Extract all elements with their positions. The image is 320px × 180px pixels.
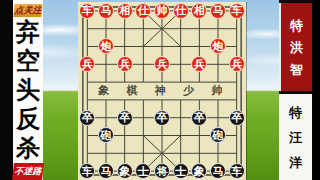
video-frame: 点关注 弃空头反杀 不迷路 bbox=[0, 0, 320, 180]
glyph-char: 特 bbox=[290, 19, 303, 32]
red-elephant-piece[interactable]: 相 bbox=[191, 3, 207, 19]
xiangqi-board[interactable]: 象棋神少帅 车马相仕帅仕相马车炮炮兵兵兵兵兵卒卒卒卒卒砲砲车马象士将士象马车 bbox=[78, 2, 246, 180]
glyph-char: 杀 bbox=[16, 136, 40, 160]
black-chariot-piece[interactable]: 车 bbox=[79, 163, 95, 179]
red-general-piece[interactable]: 帅 bbox=[154, 3, 170, 19]
red-soldier-piece[interactable]: 兵 bbox=[229, 56, 245, 72]
glyph-char: 弃 bbox=[16, 20, 40, 44]
black-soldier-piece[interactable]: 卒 bbox=[229, 110, 245, 126]
glyph-char: 反 bbox=[16, 107, 40, 131]
red-soldier-piece[interactable]: 兵 bbox=[191, 56, 207, 72]
black-elephant-piece[interactable]: 象 bbox=[117, 163, 133, 179]
red-chariot-piece[interactable]: 车 bbox=[79, 3, 95, 19]
right-black-bar bbox=[313, 0, 320, 180]
red-horse-piece[interactable]: 马 bbox=[210, 3, 226, 19]
black-elephant-piece[interactable]: 象 bbox=[191, 163, 207, 179]
glyph-char: 智 bbox=[290, 63, 303, 76]
black-general-piece[interactable]: 将 bbox=[154, 163, 170, 179]
red-advisor-piece[interactable]: 仕 bbox=[173, 3, 189, 19]
follow-badge: 点关注 bbox=[13, 4, 42, 17]
red-soldier-piece[interactable]: 兵 bbox=[154, 56, 170, 72]
black-soldier-piece[interactable]: 卒 bbox=[79, 110, 95, 126]
footer-badge: 不迷路 bbox=[12, 163, 44, 180]
red-soldier-piece[interactable]: 兵 bbox=[79, 56, 95, 72]
player-black-name: 特汪洋 bbox=[279, 94, 312, 180]
red-horse-piece[interactable]: 马 bbox=[98, 3, 114, 19]
right-panel: 特洪智 特汪洋 bbox=[279, 0, 313, 180]
player-red-name: 特洪智 bbox=[279, 3, 312, 91]
red-cannon-piece[interactable]: 炮 bbox=[98, 38, 114, 54]
black-cannon-piece[interactable]: 砲 bbox=[210, 127, 226, 143]
black-advisor-piece[interactable]: 士 bbox=[135, 163, 151, 179]
black-horse-piece[interactable]: 马 bbox=[210, 163, 226, 179]
black-horse-piece[interactable]: 马 bbox=[98, 163, 114, 179]
glyph-char: 空 bbox=[16, 49, 40, 73]
left-black-bar bbox=[0, 0, 13, 180]
glyph-char: 洪 bbox=[290, 41, 303, 54]
black-soldier-piece[interactable]: 卒 bbox=[117, 110, 133, 126]
red-cannon-piece[interactable]: 炮 bbox=[210, 38, 226, 54]
red-chariot-piece[interactable]: 车 bbox=[229, 3, 245, 19]
video-title: 弃空头反杀 bbox=[13, 20, 43, 160]
black-soldier-piece[interactable]: 卒 bbox=[191, 110, 207, 126]
piece-grid: 车马相仕帅仕相马车炮炮兵兵兵兵兵卒卒卒卒卒砲砲车马象士将士象马车 bbox=[78, 2, 246, 180]
red-elephant-piece[interactable]: 相 bbox=[117, 3, 133, 19]
black-soldier-piece[interactable]: 卒 bbox=[154, 110, 170, 126]
black-chariot-piece[interactable]: 车 bbox=[229, 163, 245, 179]
black-cannon-piece[interactable]: 砲 bbox=[98, 127, 114, 143]
glyph-char: 汪 bbox=[289, 131, 302, 144]
red-soldier-piece[interactable]: 兵 bbox=[117, 56, 133, 72]
glyph-char: 洋 bbox=[289, 156, 302, 169]
glyph-char: 特 bbox=[289, 106, 302, 119]
left-panel: 点关注 弃空头反杀 不迷路 bbox=[13, 0, 43, 180]
glyph-char: 头 bbox=[16, 78, 40, 102]
red-advisor-piece[interactable]: 仕 bbox=[135, 3, 151, 19]
black-advisor-piece[interactable]: 士 bbox=[173, 163, 189, 179]
